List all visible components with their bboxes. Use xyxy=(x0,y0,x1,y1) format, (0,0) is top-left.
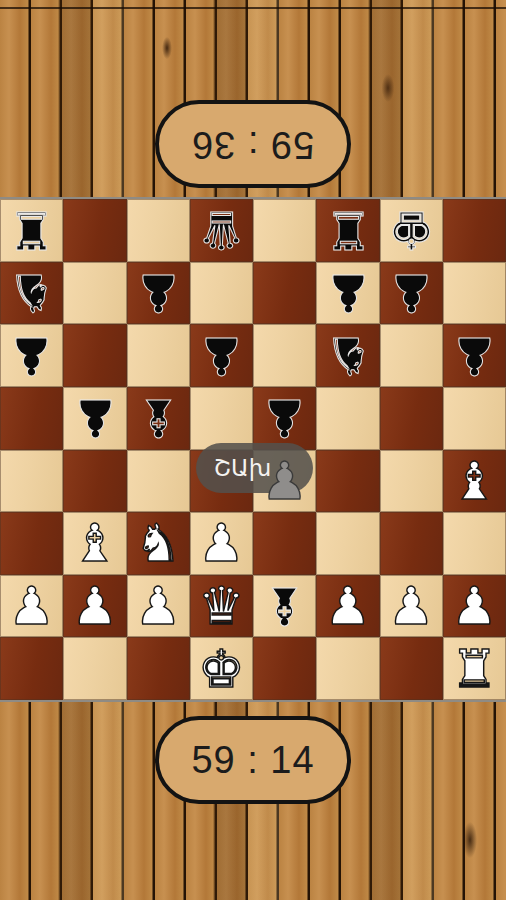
square-g4[interactable] xyxy=(380,450,443,513)
player-clock-time: 59 : 14 xyxy=(191,739,314,782)
square-b3[interactable]: ♝ xyxy=(63,512,126,575)
square-c7[interactable]: ♟ xyxy=(127,262,190,325)
square-a1[interactable] xyxy=(0,637,63,700)
piece-white-pawn: ♟ xyxy=(72,580,119,632)
square-a8[interactable]: ♜ xyxy=(0,199,63,262)
square-g2[interactable]: ♟ xyxy=(380,575,443,638)
square-h2[interactable]: ♟ xyxy=(443,575,506,638)
piece-white-pawn: ♟ xyxy=(8,580,55,632)
square-h7[interactable] xyxy=(443,262,506,325)
square-g7[interactable]: ♟ xyxy=(380,262,443,325)
square-h5[interactable] xyxy=(443,387,506,450)
square-g5[interactable] xyxy=(380,387,443,450)
square-c4[interactable] xyxy=(127,450,190,513)
square-b4[interactable] xyxy=(63,450,126,513)
piece-black-pawn: ♟ xyxy=(8,330,55,382)
square-d8[interactable]: ♛ xyxy=(190,199,253,262)
square-f2[interactable]: ♟ xyxy=(316,575,379,638)
square-d1[interactable]: ♚ xyxy=(190,637,253,700)
square-e1[interactable] xyxy=(253,637,316,700)
square-a2[interactable]: ♟ xyxy=(0,575,63,638)
piece-white-pawn: ♟ xyxy=(451,580,498,632)
piece-black-bishop: ♝ xyxy=(261,580,308,632)
piece-white-rook: ♜ xyxy=(451,643,498,695)
piece-white-pawn: ♟ xyxy=(198,517,245,569)
piece-black-bishop: ♝ xyxy=(135,392,182,444)
square-e5[interactable]: ♟ xyxy=(253,387,316,450)
square-c3[interactable]: ♞ xyxy=(127,512,190,575)
piece-white-king: ♚ xyxy=(198,643,245,695)
piece-black-pawn: ♟ xyxy=(135,267,182,319)
square-g8[interactable]: ♚ xyxy=(380,199,443,262)
square-h8[interactable] xyxy=(443,199,506,262)
square-c6[interactable] xyxy=(127,324,190,387)
piece-black-pawn: ♟ xyxy=(198,330,245,382)
square-f4[interactable] xyxy=(316,450,379,513)
square-b7[interactable] xyxy=(63,262,126,325)
piece-black-pawn: ♟ xyxy=(261,392,308,444)
square-c8[interactable] xyxy=(127,199,190,262)
square-e8[interactable] xyxy=(253,199,316,262)
piece-black-pawn: ♟ xyxy=(388,267,435,319)
square-f5[interactable] xyxy=(316,387,379,450)
piece-black-knight: ♞ xyxy=(325,330,372,382)
square-c2[interactable]: ♟ xyxy=(127,575,190,638)
square-d6[interactable]: ♟ xyxy=(190,324,253,387)
square-d2[interactable]: ♛ xyxy=(190,575,253,638)
piece-white-knight: ♞ xyxy=(135,517,182,569)
square-e3[interactable] xyxy=(253,512,316,575)
square-b1[interactable] xyxy=(63,637,126,700)
opponent-clock-time: 59 : 36 xyxy=(191,123,314,166)
square-b6[interactable] xyxy=(63,324,126,387)
square-d3[interactable]: ♟ xyxy=(190,512,253,575)
square-f1[interactable] xyxy=(316,637,379,700)
piece-black-pawn: ♟ xyxy=(325,267,372,319)
square-a4[interactable] xyxy=(0,450,63,513)
square-e6[interactable] xyxy=(253,324,316,387)
square-g3[interactable] xyxy=(380,512,443,575)
square-h4[interactable]: ♝ xyxy=(443,450,506,513)
piece-black-queen: ♛ xyxy=(198,204,245,256)
piece-white-bishop: ♝ xyxy=(72,517,119,569)
piece-white-queen: ♛ xyxy=(198,580,245,632)
piece-white-pawn: ♟ xyxy=(261,455,308,507)
square-a7[interactable]: ♞ xyxy=(0,262,63,325)
square-a6[interactable]: ♟ xyxy=(0,324,63,387)
piece-black-pawn: ♟ xyxy=(451,330,498,382)
square-g6[interactable] xyxy=(380,324,443,387)
piece-black-rook: ♜ xyxy=(8,204,55,256)
piece-white-bishop: ♝ xyxy=(451,455,498,507)
piece-black-rook: ♜ xyxy=(325,204,372,256)
piece-white-pawn: ♟ xyxy=(388,580,435,632)
square-f6[interactable]: ♞ xyxy=(316,324,379,387)
piece-black-knight: ♞ xyxy=(8,267,55,319)
square-b8[interactable] xyxy=(63,199,126,262)
square-c1[interactable] xyxy=(127,637,190,700)
piece-black-pawn: ♟ xyxy=(72,392,119,444)
square-g1[interactable] xyxy=(380,637,443,700)
piece-white-pawn: ♟ xyxy=(135,580,182,632)
square-f7[interactable]: ♟ xyxy=(316,262,379,325)
square-e7[interactable] xyxy=(253,262,316,325)
square-f8[interactable]: ♜ xyxy=(316,199,379,262)
piece-black-king: ♚ xyxy=(388,204,435,256)
square-a5[interactable] xyxy=(0,387,63,450)
square-c5[interactable]: ♝ xyxy=(127,387,190,450)
square-a3[interactable] xyxy=(0,512,63,575)
square-h3[interactable] xyxy=(443,512,506,575)
opponent-clock: 59 : 36 xyxy=(155,100,351,188)
square-h6[interactable]: ♟ xyxy=(443,324,506,387)
square-b5[interactable]: ♟ xyxy=(63,387,126,450)
square-h1[interactable]: ♜ xyxy=(443,637,506,700)
player-clock: 59 : 14 xyxy=(155,716,351,804)
piece-white-pawn: ♟ xyxy=(325,580,372,632)
square-e4[interactable]: ♟ xyxy=(253,450,316,513)
square-d5[interactable] xyxy=(190,387,253,450)
square-e2[interactable]: ♝ xyxy=(253,575,316,638)
square-b2[interactable]: ♟ xyxy=(63,575,126,638)
square-f3[interactable] xyxy=(316,512,379,575)
square-d7[interactable] xyxy=(190,262,253,325)
